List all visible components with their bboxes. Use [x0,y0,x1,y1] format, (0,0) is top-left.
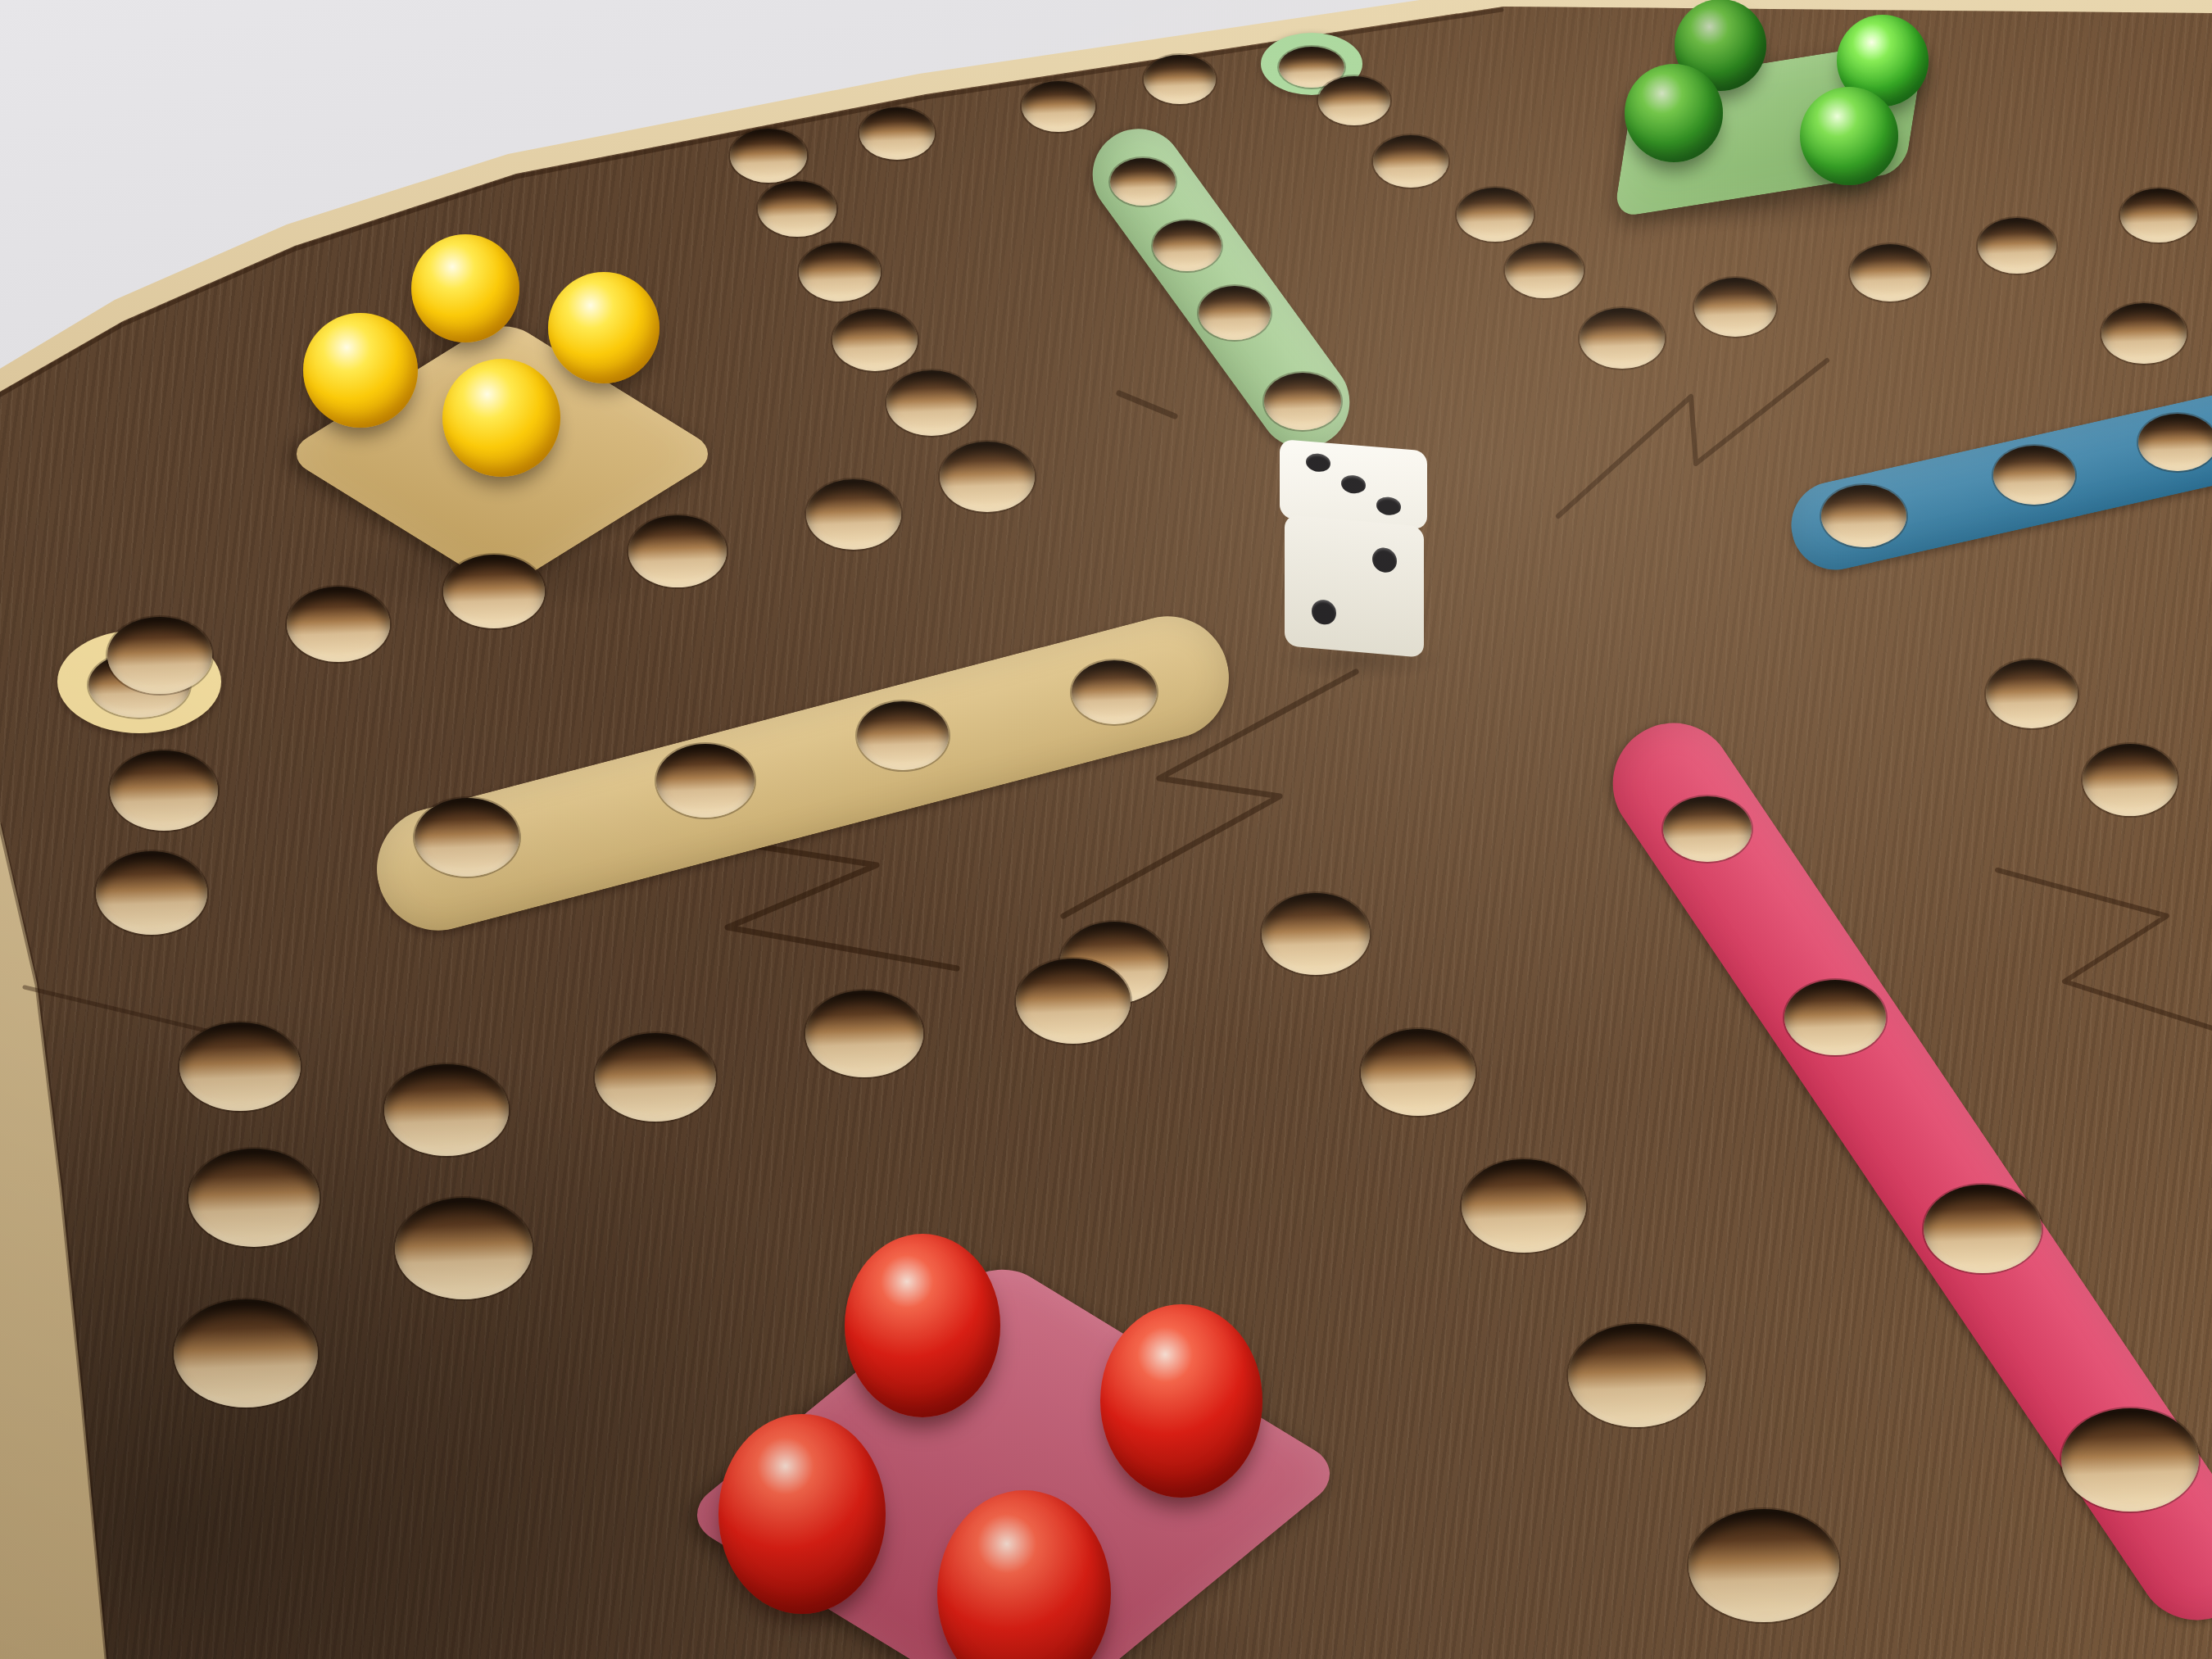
die-front-face [1285,514,1424,658]
board-hole[interactable] [1264,373,1341,430]
board-hole[interactable] [940,442,1035,512]
green-marble[interactable] [1800,87,1898,185]
board-hole[interactable] [1978,218,2056,274]
photo-scene [0,0,2212,1659]
board-hole[interactable] [656,744,755,818]
board-hole[interactable] [1580,308,1665,369]
board-hole[interactable] [1850,244,1930,301]
board-hole[interactable] [2138,414,2212,471]
board-hole[interactable] [628,515,727,587]
board-hole[interactable] [1694,278,1776,337]
board-hole[interactable] [395,1198,533,1299]
board-hole[interactable] [1153,220,1222,271]
pieces-layer [0,0,2212,1659]
die-pip [1376,496,1401,516]
board-hole[interactable] [758,181,836,237]
yellow-marble[interactable] [303,313,418,428]
board-hole[interactable] [859,107,935,160]
red-marble[interactable] [845,1234,1000,1417]
board-hole[interactable] [1821,485,1906,547]
die[interactable] [1278,437,1434,655]
board-hole[interactable] [174,1299,318,1407]
board-hole[interactable] [2101,303,2187,364]
yellow-marble[interactable] [411,234,519,342]
board-hole[interactable] [1318,76,1390,125]
board-hole[interactable] [730,129,807,183]
board-hole[interactable] [806,479,901,550]
board-hole[interactable] [2120,188,2197,243]
board-hole[interactable] [1663,796,1752,862]
red-marble[interactable] [718,1414,886,1614]
board-hole[interactable] [2083,744,2178,816]
board-hole[interactable] [188,1149,320,1247]
board-hole[interactable] [1462,1159,1586,1253]
board-hole[interactable] [799,243,881,301]
board-hole[interactable] [1993,446,2075,505]
board-hole[interactable] [443,555,545,628]
board-hole[interactable] [1784,980,1886,1055]
red-marble[interactable] [1100,1304,1262,1498]
board-hole[interactable] [805,990,923,1077]
board-hole[interactable] [1505,243,1584,298]
die-pip [1372,546,1397,573]
board-hole[interactable] [1457,188,1534,242]
board-hole[interactable] [886,370,977,436]
board-hole[interactable] [415,798,519,877]
board-hole[interactable] [107,617,212,694]
board-hole[interactable] [287,587,390,662]
yellow-home-stretch-strip [363,603,1242,945]
board-hole[interactable] [1072,660,1157,724]
board-hole[interactable] [2061,1408,2199,1512]
board-hole[interactable] [1110,158,1176,206]
board-hole[interactable] [1924,1185,2042,1273]
board-hole[interactable] [857,701,949,770]
die-pip [1306,453,1330,473]
board-hole[interactable] [1144,55,1216,104]
board-hole[interactable] [1016,959,1131,1044]
yellow-marble[interactable] [548,272,660,383]
board-hole[interactable] [110,750,218,831]
board-hole[interactable] [179,1022,301,1111]
board-hole[interactable] [595,1033,716,1122]
board-hole[interactable] [96,851,207,935]
board-hole[interactable] [1986,660,2078,728]
board-hole[interactable] [1688,1509,1839,1622]
board-hole[interactable] [1199,286,1271,340]
yellow-marble[interactable] [442,359,560,477]
board-hole[interactable] [1361,1029,1475,1116]
die-pip [1312,599,1336,626]
board-hole[interactable] [1568,1324,1706,1427]
die-pip [1341,474,1366,494]
board-hole[interactable] [1373,135,1448,188]
board-hole[interactable] [1022,81,1095,132]
board-hole[interactable] [1262,893,1370,975]
board-hole[interactable] [384,1064,509,1156]
green-marble[interactable] [1625,64,1723,162]
board-hole[interactable] [832,309,918,371]
